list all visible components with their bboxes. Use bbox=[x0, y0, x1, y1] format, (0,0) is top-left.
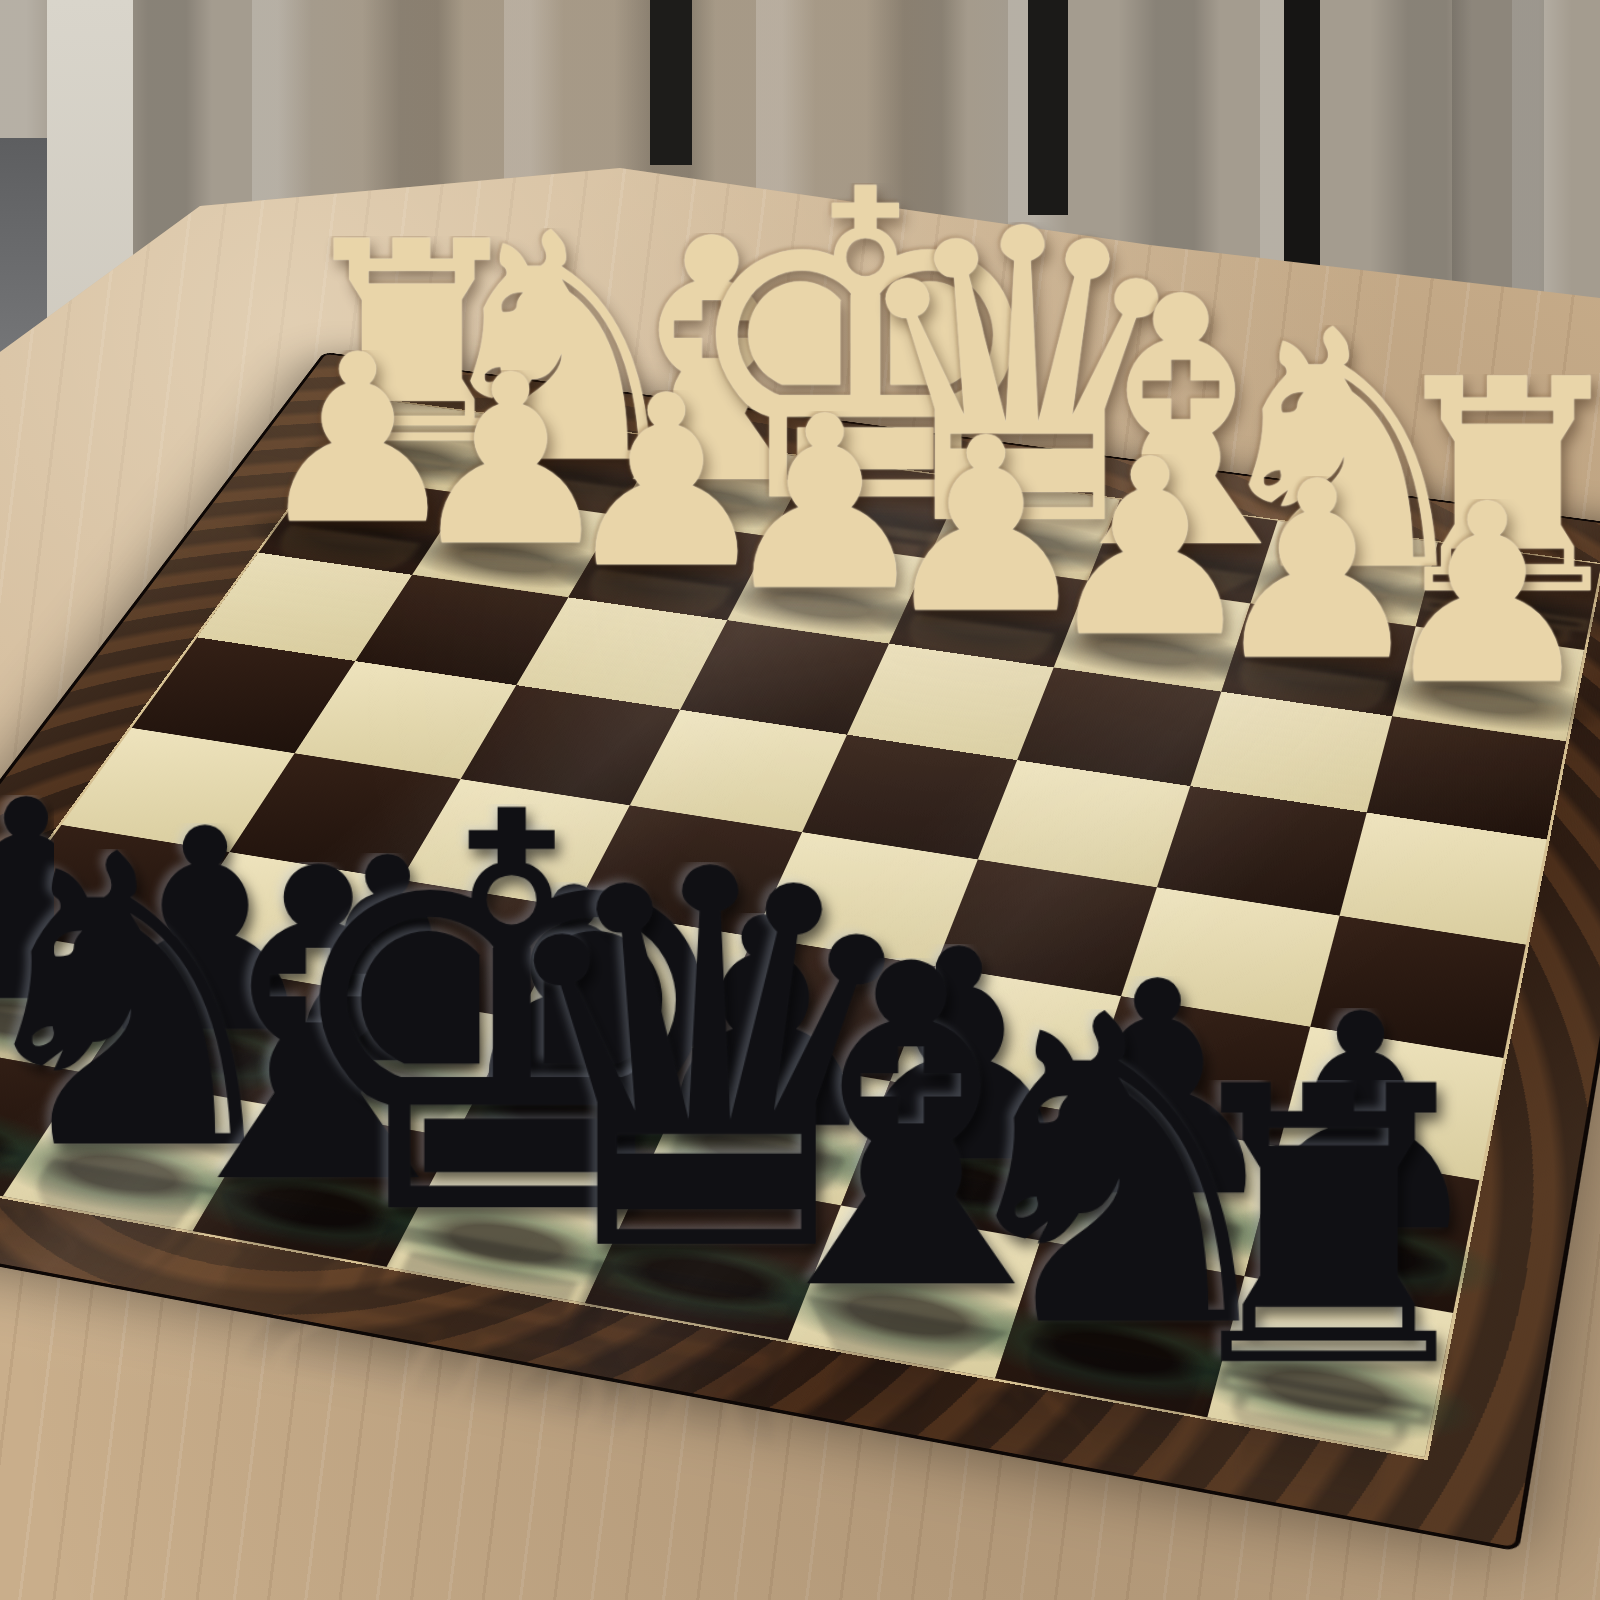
piece-reflection: ♟ bbox=[1348, 674, 1599, 814]
piece-white-knight: ♞ bbox=[419, 228, 701, 473]
piece-white-pawn: ♟ bbox=[878, 433, 1094, 621]
piece-white-queen: ♛ bbox=[841, 222, 1203, 537]
photo-scene: ♜♜♞♞♝♝♚♚♛♛♝♝♞♞♜♜♟♟♟♟♟♟♟♟♟♟♟♟♟♟♟♟♟♟♟♟♟♟♟♟… bbox=[0, 0, 1600, 1600]
board-grid: ♜♜♞♞♝♝♚♚♛♛♝♝♞♞♜♜♟♟♟♟♟♟♟♟♟♟♟♟♟♟♟♟♟♟♟♟♟♟♟♟… bbox=[0, 397, 1600, 1460]
piece-white-pawn: ♟ bbox=[1041, 454, 1259, 643]
piece-shadow bbox=[1048, 525, 1307, 608]
piece-shadow bbox=[1210, 547, 1471, 632]
square-h2: ♟♟ bbox=[259, 473, 466, 575]
piece-reflection: ♟ bbox=[835, 604, 1092, 736]
square-a8: ♜♜ bbox=[1207, 1276, 1453, 1457]
piece-shadow bbox=[849, 585, 1116, 672]
piece-white-pawn: ♟ bbox=[718, 411, 932, 597]
piece-reflection: ♞ bbox=[343, 453, 697, 618]
square-d3 bbox=[847, 644, 1054, 760]
piece-reflection: ♚ bbox=[583, 488, 1053, 720]
piece-shadow bbox=[889, 504, 1147, 586]
square-b1: ♞♞ bbox=[1250, 521, 1438, 627]
piece-white-bishop: ♝ bbox=[561, 233, 861, 494]
square-c2: ♟♟ bbox=[1054, 581, 1251, 692]
piece-reflection: ♝ bbox=[486, 473, 858, 651]
piece-shadow bbox=[428, 442, 683, 520]
piece-reflection: ♟ bbox=[193, 515, 458, 638]
square-a1: ♜♜ bbox=[1416, 542, 1600, 650]
piece-shadow bbox=[579, 462, 835, 541]
piece-reflection: ♟ bbox=[1174, 650, 1427, 787]
square-f1: ♝♝ bbox=[617, 438, 813, 537]
piece-shadow bbox=[1349, 655, 1600, 747]
square-g2: ♟♟ bbox=[412, 494, 617, 597]
piece-shadow bbox=[733, 483, 990, 563]
piece-shadow bbox=[1013, 608, 1281, 697]
square-g1: ♞♞ bbox=[465, 418, 662, 515]
square-h3 bbox=[197, 553, 412, 661]
square-g3 bbox=[355, 575, 568, 685]
piece-white-king: ♚ bbox=[674, 183, 1056, 516]
square-h1: ♜♜ bbox=[316, 399, 515, 494]
piece-reflection: ♜ bbox=[1342, 584, 1600, 746]
piece-reflection: ♞ bbox=[1150, 559, 1491, 739]
square-d1: ♛♛ bbox=[928, 479, 1120, 581]
piece-shadow bbox=[1180, 631, 1450, 721]
piece-shadow bbox=[374, 519, 637, 602]
board-perspective-wrapper: ♜♜♞♞♝♝♚♚♛♛♝♝♞♞♜♜♟♟♟♟♟♟♟♟♟♟♟♟♟♟♟♟♟♟♟♟♟♟♟♟… bbox=[0, 0, 1600, 1600]
piece-white-pawn: ♟ bbox=[560, 390, 772, 575]
square-b3 bbox=[1190, 692, 1392, 813]
piece-white-knight: ♞ bbox=[1196, 325, 1490, 581]
piece-white-rook: ♜ bbox=[287, 237, 536, 453]
piece-reflection: ♜ bbox=[216, 435, 531, 578]
piece-white-pawn: ♟ bbox=[1207, 476, 1427, 667]
square-d2: ♟♟ bbox=[889, 559, 1088, 668]
piece-reflection: ♛ bbox=[765, 511, 1201, 731]
piece-shadow bbox=[221, 498, 483, 579]
square-f3 bbox=[516, 597, 727, 709]
piece-shadow bbox=[530, 541, 794, 625]
square-a2: ♟♟ bbox=[1392, 627, 1584, 742]
piece-reflection: ♟ bbox=[670, 581, 929, 711]
square-e1: ♚♚ bbox=[771, 458, 965, 558]
piece-shadow bbox=[688, 563, 954, 649]
square-f2: ♟♟ bbox=[568, 515, 771, 620]
piece-white-pawn: ♟ bbox=[253, 350, 461, 531]
piece-black-rook: ♜ bbox=[1158, 1081, 1500, 1379]
piece-reflection: ♟ bbox=[508, 559, 769, 686]
piece-white-pawn: ♟ bbox=[1376, 499, 1598, 692]
piece-white-bishop: ♝ bbox=[1027, 291, 1335, 559]
piece-reflection: ♝ bbox=[971, 536, 1334, 723]
piece-white-pawn: ♟ bbox=[406, 370, 616, 553]
piece-white-rook: ♜ bbox=[1376, 374, 1600, 604]
chess-board-frame: ♜♜♞♞♝♝♚♚♛♛♝♝♞♞♜♜♟♟♟♟♟♟♟♟♟♟♟♟♟♟♟♟♟♟♟♟♟♟♟♟… bbox=[0, 352, 1600, 1552]
piece-reflection: ♟ bbox=[1003, 627, 1258, 762]
square-b2: ♟♟ bbox=[1221, 603, 1415, 716]
square-a3 bbox=[1367, 716, 1566, 839]
square-c3 bbox=[1017, 667, 1221, 786]
piece-shadow bbox=[280, 422, 533, 498]
piece-reflection: ♟ bbox=[349, 537, 612, 662]
square-c1: ♝♝ bbox=[1088, 500, 1278, 604]
square-e2: ♟♟ bbox=[727, 537, 928, 644]
piece-shadow bbox=[1374, 569, 1600, 655]
